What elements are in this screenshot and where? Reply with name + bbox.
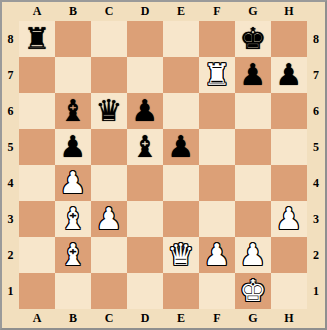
square-b5[interactable]: ♟	[55, 129, 91, 165]
file-label-top-c: C	[91, 2, 127, 21]
square-b6[interactable]: ♝	[55, 93, 91, 129]
square-c3[interactable]: ♟	[91, 201, 127, 237]
square-a7[interactable]	[19, 57, 55, 93]
square-a6[interactable]	[19, 93, 55, 129]
file-label-top-e: E	[163, 2, 199, 21]
file-label-top-a: A	[19, 2, 55, 21]
piece-black-pawn[interactable]: ♟	[240, 57, 267, 93]
board-margin-corner	[2, 2, 19, 21]
square-d8[interactable]	[127, 21, 163, 57]
piece-white-queen[interactable]: ♛	[168, 237, 195, 273]
piece-black-pawn[interactable]: ♟	[132, 93, 159, 129]
file-label-top-d: D	[127, 2, 163, 21]
file-label-bottom-c: C	[91, 309, 127, 328]
rank-label-right-3: 3	[307, 201, 325, 237]
square-h8[interactable]	[271, 21, 307, 57]
square-a3[interactable]	[19, 201, 55, 237]
piece-black-pawn[interactable]: ♟	[276, 57, 303, 93]
square-f1[interactable]	[199, 273, 235, 309]
piece-white-pawn[interactable]: ♟	[276, 201, 303, 237]
board-margin-corner	[2, 309, 19, 328]
square-d4[interactable]	[127, 165, 163, 201]
chess-board: ABCDEFGH8♜♚87♜♟♟76♝♛♟65♟♝♟54♟43♝♟♟32♝♛♟♟…	[0, 0, 327, 330]
file-label-top-f: F	[199, 2, 235, 21]
file-label-bottom-e: E	[163, 309, 199, 328]
square-e4[interactable]	[163, 165, 199, 201]
rank-label-right-1: 1	[307, 273, 325, 309]
file-label-bottom-g: G	[235, 309, 271, 328]
square-c1[interactable]	[91, 273, 127, 309]
square-g6[interactable]	[235, 93, 271, 129]
chess-board-grid: ABCDEFGH8♜♚87♜♟♟76♝♛♟65♟♝♟54♟43♝♟♟32♝♛♟♟…	[2, 2, 325, 328]
file-label-bottom-f: F	[199, 309, 235, 328]
rank-label-left-3: 3	[2, 201, 19, 237]
rank-label-right-8: 8	[307, 21, 325, 57]
square-b2[interactable]: ♝	[55, 237, 91, 273]
square-h5[interactable]	[271, 129, 307, 165]
square-c5[interactable]	[91, 129, 127, 165]
square-f5[interactable]	[199, 129, 235, 165]
file-label-bottom-h: H	[271, 309, 307, 328]
square-d7[interactable]	[127, 57, 163, 93]
file-label-top-h: H	[271, 2, 307, 21]
piece-black-king[interactable]: ♚	[240, 21, 267, 57]
square-h6[interactable]	[271, 93, 307, 129]
file-label-bottom-a: A	[19, 309, 55, 328]
rank-label-left-4: 4	[2, 165, 19, 201]
square-a2[interactable]	[19, 237, 55, 273]
rank-label-right-4: 4	[307, 165, 325, 201]
square-d5[interactable]: ♝	[127, 129, 163, 165]
rank-label-left-2: 2	[2, 237, 19, 273]
rank-label-right-2: 2	[307, 237, 325, 273]
square-g1[interactable]: ♚	[235, 273, 271, 309]
square-e5[interactable]: ♟	[163, 129, 199, 165]
rank-label-left-6: 6	[2, 93, 19, 129]
rank-label-left-1: 1	[2, 273, 19, 309]
rank-label-right-6: 6	[307, 93, 325, 129]
rank-label-left-5: 5	[2, 129, 19, 165]
rank-label-right-7: 7	[307, 57, 325, 93]
square-e6[interactable]	[163, 93, 199, 129]
board-margin-corner	[307, 309, 325, 328]
square-b3[interactable]: ♝	[55, 201, 91, 237]
square-h1[interactable]	[271, 273, 307, 309]
square-g8[interactable]: ♚	[235, 21, 271, 57]
square-d3[interactable]	[127, 201, 163, 237]
file-label-bottom-d: D	[127, 309, 163, 328]
square-e7[interactable]	[163, 57, 199, 93]
piece-black-pawn[interactable]: ♟	[168, 129, 195, 165]
piece-white-king[interactable]: ♚	[240, 273, 267, 309]
square-c7[interactable]	[91, 57, 127, 93]
piece-black-bishop[interactable]: ♝	[60, 93, 87, 129]
rank-label-right-5: 5	[307, 129, 325, 165]
rank-label-left-8: 8	[2, 21, 19, 57]
square-a8[interactable]: ♜	[19, 21, 55, 57]
square-e3[interactable]	[163, 201, 199, 237]
square-e1[interactable]	[163, 273, 199, 309]
square-h7[interactable]: ♟	[271, 57, 307, 93]
square-f8[interactable]	[199, 21, 235, 57]
square-a5[interactable]	[19, 129, 55, 165]
square-a1[interactable]	[19, 273, 55, 309]
piece-black-rook[interactable]: ♜	[24, 21, 51, 57]
square-g5[interactable]	[235, 129, 271, 165]
square-g4[interactable]	[235, 165, 271, 201]
piece-white-pawn[interactable]: ♟	[240, 237, 267, 273]
square-a4[interactable]	[19, 165, 55, 201]
file-label-top-b: B	[55, 2, 91, 21]
piece-black-pawn[interactable]: ♟	[60, 129, 87, 165]
square-e2[interactable]: ♛	[163, 237, 199, 273]
square-d6[interactable]: ♟	[127, 93, 163, 129]
piece-white-bishop[interactable]: ♝	[60, 237, 87, 273]
rank-label-left-7: 7	[2, 57, 19, 93]
square-c6[interactable]: ♛	[91, 93, 127, 129]
piece-white-bishop[interactable]: ♝	[60, 201, 87, 237]
square-b4[interactable]: ♟	[55, 165, 91, 201]
file-label-top-g: G	[235, 2, 271, 21]
square-f3[interactable]	[199, 201, 235, 237]
piece-white-pawn[interactable]: ♟	[204, 237, 231, 273]
square-h4[interactable]	[271, 165, 307, 201]
square-d1[interactable]	[127, 273, 163, 309]
square-f7[interactable]: ♜	[199, 57, 235, 93]
square-g2[interactable]: ♟	[235, 237, 271, 273]
square-d2[interactable]	[127, 237, 163, 273]
square-h2[interactable]	[271, 237, 307, 273]
piece-black-queen[interactable]: ♛	[96, 93, 123, 129]
square-c2[interactable]	[91, 237, 127, 273]
file-label-bottom-b: B	[55, 309, 91, 328]
square-b1[interactable]	[55, 273, 91, 309]
square-f6[interactable]	[199, 93, 235, 129]
square-b7[interactable]	[55, 57, 91, 93]
square-e8[interactable]	[163, 21, 199, 57]
square-f4[interactable]	[199, 165, 235, 201]
board-margin-corner	[307, 2, 325, 21]
piece-white-rook[interactable]: ♜	[204, 57, 231, 93]
square-c4[interactable]	[91, 165, 127, 201]
square-c8[interactable]	[91, 21, 127, 57]
piece-black-bishop[interactable]: ♝	[132, 129, 159, 165]
square-g7[interactable]: ♟	[235, 57, 271, 93]
square-h3[interactable]: ♟	[271, 201, 307, 237]
square-g3[interactable]	[235, 201, 271, 237]
piece-white-pawn[interactable]: ♟	[96, 201, 123, 237]
square-f2[interactable]: ♟	[199, 237, 235, 273]
piece-white-pawn[interactable]: ♟	[60, 165, 87, 201]
square-b8[interactable]	[55, 21, 91, 57]
